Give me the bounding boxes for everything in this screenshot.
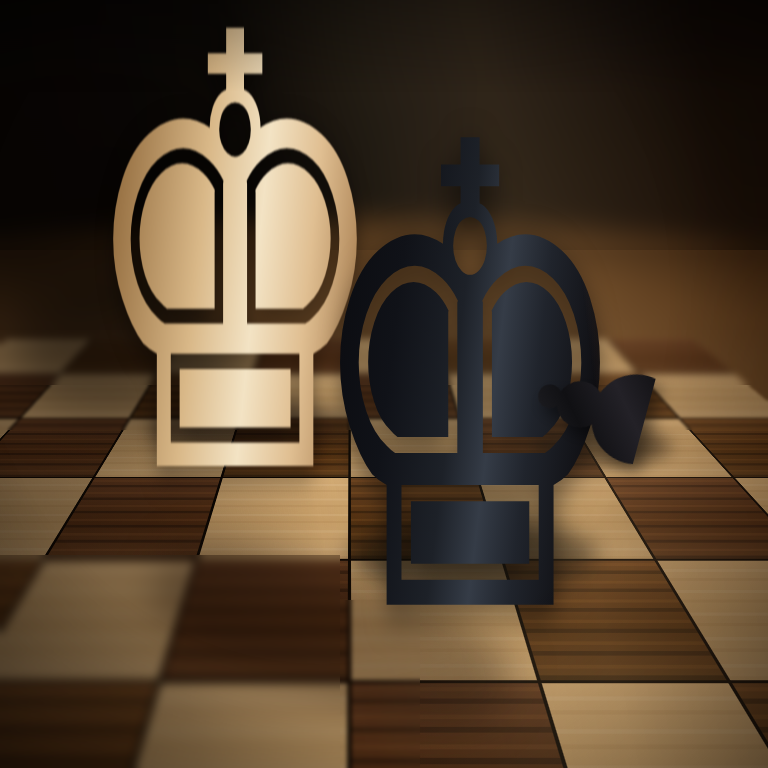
scene: ♚ ♚ ♟ — [0, 0, 768, 768]
